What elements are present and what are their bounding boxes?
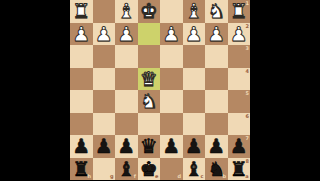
square-c2[interactable]: ♟ bbox=[183, 23, 206, 46]
square-e3[interactable] bbox=[138, 45, 161, 68]
white-king-piece[interactable]: ♚ bbox=[138, 0, 161, 23]
white-pawn-piece[interactable]: ♟ bbox=[160, 23, 183, 46]
square-g4[interactable] bbox=[93, 68, 116, 91]
file-label-g: g bbox=[110, 174, 114, 179]
black-pawn-piece[interactable]: ♟ bbox=[93, 135, 116, 158]
square-h7[interactable]: ♟ bbox=[70, 135, 93, 158]
black-pawn-piece[interactable]: ♟ bbox=[183, 135, 206, 158]
square-h6[interactable] bbox=[70, 113, 93, 136]
black-knight-piece[interactable]: ♞ bbox=[205, 158, 228, 181]
square-c7[interactable]: ♟ bbox=[183, 135, 206, 158]
square-f6[interactable] bbox=[115, 113, 138, 136]
square-e7[interactable]: ♛ bbox=[138, 135, 161, 158]
square-b6[interactable] bbox=[205, 113, 228, 136]
black-king-piece[interactable]: ♚ bbox=[138, 158, 161, 181]
square-e2[interactable] bbox=[138, 23, 161, 46]
app-background: ♜♝♚♝♞♜1♟♟♟♟♟♟♟23♛4♞56♟♟♟♛♟♟♟♟7♜hg♝f♚ed♝c… bbox=[0, 0, 320, 180]
square-h4[interactable] bbox=[70, 68, 93, 91]
square-b7[interactable]: ♟ bbox=[205, 135, 228, 158]
square-g3[interactable] bbox=[93, 45, 116, 68]
square-g7[interactable]: ♟ bbox=[93, 135, 116, 158]
square-d8[interactable]: d bbox=[160, 158, 183, 181]
square-b1[interactable]: ♞ bbox=[205, 0, 228, 23]
square-a4[interactable]: 4 bbox=[228, 68, 251, 91]
black-pawn-piece[interactable]: ♟ bbox=[70, 135, 93, 158]
black-bishop-piece[interactable]: ♝ bbox=[115, 158, 138, 181]
square-a2[interactable]: ♟2 bbox=[228, 23, 251, 46]
square-f7[interactable]: ♟ bbox=[115, 135, 138, 158]
square-a6[interactable]: 6 bbox=[228, 113, 251, 136]
square-h1[interactable]: ♜ bbox=[70, 0, 93, 23]
square-d1[interactable] bbox=[160, 0, 183, 23]
rank-label-6: 6 bbox=[246, 114, 249, 119]
square-a5[interactable]: 5 bbox=[228, 90, 251, 113]
square-e4[interactable]: ♛ bbox=[138, 68, 161, 91]
white-bishop-piece[interactable]: ♝ bbox=[115, 0, 138, 23]
square-c8[interactable]: ♝c bbox=[183, 158, 206, 181]
white-knight-piece[interactable]: ♞ bbox=[138, 90, 161, 113]
square-f1[interactable]: ♝ bbox=[115, 0, 138, 23]
black-bishop-piece[interactable]: ♝ bbox=[183, 158, 206, 181]
square-d2[interactable]: ♟ bbox=[160, 23, 183, 46]
square-a3[interactable]: 3 bbox=[228, 45, 251, 68]
chess-board: ♜♝♚♝♞♜1♟♟♟♟♟♟♟23♛4♞56♟♟♟♛♟♟♟♟7♜hg♝f♚ed♝c… bbox=[70, 0, 250, 180]
square-f5[interactable] bbox=[115, 90, 138, 113]
square-g8[interactable]: g bbox=[93, 158, 116, 181]
white-pawn-piece[interactable]: ♟ bbox=[205, 23, 228, 46]
white-bishop-piece[interactable]: ♝ bbox=[183, 0, 206, 23]
black-pawn-piece[interactable]: ♟ bbox=[115, 135, 138, 158]
square-c6[interactable] bbox=[183, 113, 206, 136]
rank-label-3: 3 bbox=[246, 46, 249, 51]
square-f3[interactable] bbox=[115, 45, 138, 68]
black-pawn-piece[interactable]: ♟ bbox=[228, 135, 251, 158]
white-rook-piece[interactable]: ♜ bbox=[228, 0, 251, 23]
square-a7[interactable]: ♟7 bbox=[228, 135, 251, 158]
square-a1[interactable]: ♜1 bbox=[228, 0, 251, 23]
square-d3[interactable] bbox=[160, 45, 183, 68]
file-label-d: d bbox=[177, 174, 181, 179]
square-h5[interactable] bbox=[70, 90, 93, 113]
square-e8[interactable]: ♚e bbox=[138, 158, 161, 181]
square-b5[interactable] bbox=[205, 90, 228, 113]
white-pawn-piece[interactable]: ♟ bbox=[115, 23, 138, 46]
square-a8[interactable]: ♜8a bbox=[228, 158, 251, 181]
square-e5[interactable]: ♞ bbox=[138, 90, 161, 113]
square-h8[interactable]: ♜h bbox=[70, 158, 93, 181]
square-f2[interactable]: ♟ bbox=[115, 23, 138, 46]
square-g2[interactable]: ♟ bbox=[93, 23, 116, 46]
square-e6[interactable] bbox=[138, 113, 161, 136]
square-b3[interactable] bbox=[205, 45, 228, 68]
square-c4[interactable] bbox=[183, 68, 206, 91]
black-pawn-piece[interactable]: ♟ bbox=[205, 135, 228, 158]
white-knight-piece[interactable]: ♞ bbox=[205, 0, 228, 23]
square-h3[interactable] bbox=[70, 45, 93, 68]
rank-label-4: 4 bbox=[246, 69, 249, 74]
white-pawn-piece[interactable]: ♟ bbox=[228, 23, 251, 46]
rank-label-5: 5 bbox=[246, 91, 249, 96]
square-c1[interactable]: ♝ bbox=[183, 0, 206, 23]
square-e1[interactable]: ♚ bbox=[138, 0, 161, 23]
square-g5[interactable] bbox=[93, 90, 116, 113]
white-pawn-piece[interactable]: ♟ bbox=[183, 23, 206, 46]
square-b2[interactable]: ♟ bbox=[205, 23, 228, 46]
square-g1[interactable] bbox=[93, 0, 116, 23]
square-d5[interactable] bbox=[160, 90, 183, 113]
white-queen-piece[interactable]: ♛ bbox=[138, 68, 161, 91]
square-d6[interactable] bbox=[160, 113, 183, 136]
black-pawn-piece[interactable]: ♟ bbox=[160, 135, 183, 158]
square-f8[interactable]: ♝f bbox=[115, 158, 138, 181]
square-c5[interactable] bbox=[183, 90, 206, 113]
square-c3[interactable] bbox=[183, 45, 206, 68]
square-d7[interactable]: ♟ bbox=[160, 135, 183, 158]
square-d4[interactable] bbox=[160, 68, 183, 91]
square-h2[interactable]: ♟ bbox=[70, 23, 93, 46]
black-rook-piece[interactable]: ♜ bbox=[70, 158, 93, 181]
white-pawn-piece[interactable]: ♟ bbox=[70, 23, 93, 46]
black-rook-piece[interactable]: ♜ bbox=[228, 158, 251, 181]
white-pawn-piece[interactable]: ♟ bbox=[93, 23, 116, 46]
white-rook-piece[interactable]: ♜ bbox=[70, 0, 93, 23]
square-f4[interactable] bbox=[115, 68, 138, 91]
black-queen-piece[interactable]: ♛ bbox=[138, 135, 161, 158]
square-b4[interactable] bbox=[205, 68, 228, 91]
square-b8[interactable]: ♞b bbox=[205, 158, 228, 181]
square-g6[interactable] bbox=[93, 113, 116, 136]
